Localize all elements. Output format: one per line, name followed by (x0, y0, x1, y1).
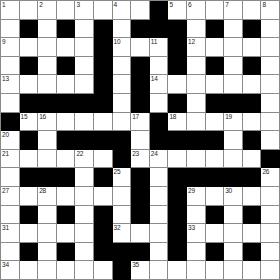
clue-number-26: 26 (262, 168, 269, 176)
black-cell-r7c13 (243, 131, 262, 150)
white-cell-r1c4[interactable] (75, 20, 94, 39)
black-cell-r4c7 (131, 75, 150, 94)
white-cell-r10c13[interactable] (243, 187, 262, 206)
white-cell-r5c0[interactable] (1, 94, 20, 113)
white-cell-r4c2[interactable] (38, 75, 57, 94)
black-cell-r13c13 (243, 243, 262, 262)
white-cell-r4c6[interactable] (113, 75, 132, 94)
clue-number-33: 33 (188, 224, 195, 232)
black-cell-r5c2 (38, 94, 57, 113)
white-cell-r11c12[interactable] (224, 206, 243, 225)
black-cell-r10c7 (131, 187, 150, 206)
white-cell-r10c5[interactable] (94, 187, 113, 206)
black-cell-r7c3 (57, 131, 76, 150)
white-cell-r6c4[interactable] (75, 113, 94, 132)
black-cell-r5c9 (168, 94, 187, 113)
white-cell-r2c13[interactable] (243, 38, 262, 57)
white-cell-r13c4[interactable] (75, 243, 94, 262)
white-cell-r10c11[interactable] (206, 187, 225, 206)
black-cell-r3c5 (94, 57, 113, 76)
black-cell-r11c9 (168, 206, 187, 225)
black-cell-r9c11 (206, 168, 225, 187)
white-cell-r0c3[interactable] (57, 1, 76, 20)
black-cell-r9c5 (94, 168, 113, 187)
white-cell-r14c0[interactable]: 34 (1, 261, 20, 280)
black-cell-r9c9 (168, 168, 187, 187)
white-cell-r7c2[interactable] (38, 131, 57, 150)
white-cell-r0c9[interactable]: 5 (168, 1, 187, 20)
white-cell-r14c12[interactable] (224, 261, 243, 280)
white-cell-r2c12[interactable] (224, 38, 243, 57)
white-cell-r14c9[interactable] (168, 261, 187, 280)
white-cell-r0c6[interactable]: 4 (113, 1, 132, 20)
white-cell-r1c10[interactable] (187, 20, 206, 39)
black-cell-r9c13 (243, 168, 262, 187)
clue-number-10: 10 (114, 38, 121, 46)
white-cell-r2c4[interactable] (75, 38, 94, 57)
white-cell-r11c2[interactable] (38, 206, 57, 225)
white-cell-r5c14[interactable] (261, 94, 280, 113)
black-cell-r3c7 (131, 57, 150, 76)
clue-number-16: 16 (39, 113, 46, 121)
white-cell-r12c13[interactable] (243, 224, 262, 243)
black-cell-r11c11 (206, 206, 225, 225)
black-cell-r13c1 (20, 243, 39, 262)
clue-number-8: 8 (262, 1, 265, 9)
black-cell-r1c11 (206, 20, 225, 39)
black-cell-r3c13 (243, 57, 262, 76)
black-cell-r7c8 (150, 131, 169, 150)
white-cell-r7c12[interactable] (224, 131, 243, 150)
black-cell-r9c12 (224, 168, 243, 187)
white-cell-r8c12[interactable] (224, 150, 243, 169)
white-cell-r6c5[interactable] (94, 113, 113, 132)
clue-number-30: 30 (225, 187, 232, 195)
black-cell-r1c1 (20, 20, 39, 39)
black-cell-r13c11 (206, 243, 225, 262)
white-cell-r1c6[interactable] (113, 20, 132, 39)
black-cell-r2c5 (94, 38, 113, 57)
white-cell-r1c2[interactable] (38, 20, 57, 39)
black-cell-r5c3 (57, 94, 76, 113)
white-cell-r14c11[interactable] (206, 261, 225, 280)
white-cell-r5c6[interactable] (113, 94, 132, 113)
white-cell-r4c9[interactable] (168, 75, 187, 94)
white-cell-r12c8[interactable] (150, 224, 169, 243)
black-cell-r11c7 (131, 206, 150, 225)
white-cell-r0c2[interactable]: 2 (38, 1, 57, 20)
white-cell-r9c14[interactable]: 26 (261, 168, 280, 187)
white-cell-r4c14[interactable] (261, 75, 280, 94)
white-cell-r10c1[interactable] (20, 187, 39, 206)
white-cell-r2c3[interactable] (57, 38, 76, 57)
white-cell-r11c0[interactable] (1, 206, 20, 225)
clue-number-13: 13 (2, 75, 9, 83)
white-cell-r0c13[interactable] (243, 1, 262, 20)
white-cell-r11c4[interactable] (75, 206, 94, 225)
black-cell-r13c3 (57, 243, 76, 262)
clue-number-27: 27 (2, 187, 9, 195)
clue-number-21: 21 (2, 150, 9, 158)
white-cell-r10c14[interactable] (261, 187, 280, 206)
white-cell-r12c0[interactable]: 31 (1, 224, 20, 243)
black-cell-r13c5 (94, 243, 113, 262)
crossword-puzzle: 1234567891011121314151617181920212223242… (0, 0, 280, 280)
black-cell-r5c12 (224, 94, 243, 113)
white-cell-r1c12[interactable] (224, 20, 243, 39)
black-cell-r7c1 (20, 131, 39, 150)
white-cell-r6c11[interactable] (206, 113, 225, 132)
white-cell-r4c12[interactable] (224, 75, 243, 94)
clue-number-11: 11 (151, 38, 157, 46)
clue-number-1: 1 (2, 1, 5, 9)
black-cell-r3c9 (168, 57, 187, 76)
white-cell-r11c6[interactable] (113, 206, 132, 225)
white-cell-r0c1[interactable] (20, 1, 39, 20)
white-cell-r8c7[interactable]: 23 (131, 150, 150, 169)
white-cell-r10c0[interactable]: 27 (1, 187, 20, 206)
white-cell-r6c7[interactable]: 17 (131, 113, 150, 132)
clue-number-23: 23 (132, 150, 139, 158)
clue-number-2: 2 (39, 1, 42, 9)
white-cell-r7c7[interactable] (131, 131, 150, 150)
white-cell-r7c14[interactable] (261, 131, 280, 150)
white-cell-r12c3[interactable] (57, 224, 76, 243)
black-cell-r13c9 (168, 243, 187, 262)
white-cell-r6c13[interactable] (243, 113, 262, 132)
white-cell-r0c5[interactable] (94, 1, 113, 20)
white-cell-r3c8[interactable] (150, 57, 169, 76)
black-cell-r9c2 (38, 168, 57, 187)
black-cell-r8c6 (113, 150, 132, 169)
white-cell-r1c0[interactable] (1, 20, 20, 39)
white-cell-r6c3[interactable] (57, 113, 76, 132)
white-cell-r3c12[interactable] (224, 57, 243, 76)
white-cell-r12c14[interactable] (261, 224, 280, 243)
white-cell-r8c3[interactable] (57, 150, 76, 169)
black-cell-r11c3 (57, 206, 76, 225)
white-cell-r3c14[interactable] (261, 57, 280, 76)
clue-number-34: 34 (2, 261, 9, 269)
white-cell-r6c1[interactable]: 15 (20, 113, 39, 132)
white-cell-r2c7[interactable] (131, 38, 150, 57)
black-cell-r9c7 (131, 168, 150, 187)
white-cell-r0c14[interactable]: 8 (261, 1, 280, 20)
black-cell-r13c6 (113, 243, 132, 262)
white-cell-r6c14[interactable] (261, 113, 280, 132)
white-cell-r1c14[interactable] (261, 20, 280, 39)
clue-number-9: 9 (2, 38, 5, 46)
white-cell-r0c12[interactable]: 7 (224, 1, 243, 20)
black-cell-r11c13 (243, 206, 262, 225)
white-cell-r14c4[interactable] (75, 261, 94, 280)
white-cell-r4c13[interactable] (243, 75, 262, 94)
black-cell-r7c4 (75, 131, 94, 150)
white-cell-r2c0[interactable]: 9 (1, 38, 20, 57)
black-cell-r1c8 (150, 20, 169, 39)
black-cell-r1c9 (168, 20, 187, 39)
white-cell-r2c8[interactable]: 11 (150, 38, 169, 57)
white-cell-r4c8[interactable]: 14 (150, 75, 169, 94)
white-cell-r9c4[interactable] (75, 168, 94, 187)
clue-number-25: 25 (114, 168, 121, 176)
white-cell-r8c2[interactable] (38, 150, 57, 169)
clue-number-31: 31 (2, 224, 9, 232)
white-cell-r6c9[interactable]: 18 (168, 113, 187, 132)
white-cell-r2c10[interactable]: 12 (187, 38, 206, 57)
clue-number-5: 5 (169, 1, 172, 9)
black-cell-r5c1 (20, 94, 39, 113)
white-cell-r9c6[interactable]: 25 (113, 168, 132, 187)
clue-number-32: 32 (114, 224, 121, 232)
black-cell-r11c5 (94, 206, 113, 225)
white-cell-r14c1[interactable] (20, 261, 39, 280)
white-cell-r3c4[interactable] (75, 57, 94, 76)
white-cell-r10c4[interactable] (75, 187, 94, 206)
white-cell-r14c14[interactable] (261, 261, 280, 280)
white-cell-r13c2[interactable] (38, 243, 57, 262)
black-cell-r5c13 (243, 94, 262, 113)
white-cell-r12c7[interactable] (131, 224, 150, 243)
black-cell-r7c11 (206, 131, 225, 150)
white-cell-r12c6[interactable]: 32 (113, 224, 132, 243)
clue-number-19: 19 (225, 113, 232, 121)
white-cell-r4c3[interactable] (57, 75, 76, 94)
white-cell-r13c10[interactable] (187, 243, 206, 262)
white-cell-r9c0[interactable] (1, 168, 20, 187)
white-cell-r13c0[interactable] (1, 243, 20, 262)
white-cell-r10c3[interactable] (57, 187, 76, 206)
white-cell-r13c12[interactable] (224, 243, 243, 262)
black-cell-r7c5 (94, 131, 113, 150)
white-cell-r3c6[interactable] (113, 57, 132, 76)
white-cell-r6c12[interactable]: 19 (224, 113, 243, 132)
clue-number-6: 6 (188, 1, 191, 9)
white-cell-r3c10[interactable] (187, 57, 206, 76)
clue-number-22: 22 (76, 150, 83, 158)
white-cell-r14c13[interactable] (243, 261, 262, 280)
white-cell-r0c10[interactable]: 6 (187, 1, 206, 20)
black-cell-r9c1 (20, 168, 39, 187)
black-cell-r5c5 (94, 94, 113, 113)
black-cell-r9c3 (57, 168, 76, 187)
black-cell-r1c3 (57, 20, 76, 39)
white-cell-r8c11[interactable] (206, 150, 225, 169)
white-cell-r14c2[interactable] (38, 261, 57, 280)
black-cell-r14c6 (113, 261, 132, 280)
white-cell-r14c5[interactable] (94, 261, 113, 280)
clue-number-18: 18 (169, 113, 176, 121)
black-cell-r3c3 (57, 57, 76, 76)
white-cell-r7c0[interactable]: 20 (1, 131, 20, 150)
white-cell-r14c10[interactable] (187, 261, 206, 280)
white-cell-r8c9[interactable] (168, 150, 187, 169)
white-cell-r6c6[interactable] (113, 113, 132, 132)
white-cell-r0c7[interactable] (131, 1, 150, 20)
white-cell-r2c11[interactable] (206, 38, 225, 57)
black-cell-r6c8 (150, 113, 169, 132)
white-cell-r10c12[interactable]: 30 (224, 187, 243, 206)
black-cell-r5c7 (131, 94, 150, 113)
black-cell-r8c14 (261, 150, 280, 169)
black-cell-r3c1 (20, 57, 39, 76)
white-cell-r0c0[interactable]: 1 (1, 1, 20, 20)
white-cell-r2c2[interactable] (38, 38, 57, 57)
white-cell-r11c10[interactable] (187, 206, 206, 225)
white-cell-r12c10[interactable]: 33 (187, 224, 206, 243)
white-cell-r3c0[interactable] (1, 57, 20, 76)
clue-number-35: 35 (132, 261, 139, 269)
white-cell-r9c8[interactable] (150, 168, 169, 187)
crossword-board: 1234567891011121314151617181920212223242… (0, 0, 280, 280)
clue-number-20: 20 (2, 131, 9, 139)
white-cell-r0c11[interactable] (206, 1, 225, 20)
white-cell-r14c8[interactable] (150, 261, 169, 280)
white-cell-r6c10[interactable] (187, 113, 206, 132)
black-cell-r7c10 (187, 131, 206, 150)
white-cell-r4c11[interactable] (206, 75, 225, 94)
clue-number-17: 17 (132, 113, 139, 121)
clue-number-7: 7 (225, 1, 228, 9)
white-cell-r0c4[interactable]: 3 (75, 1, 94, 20)
white-cell-r14c7[interactable]: 35 (131, 261, 150, 280)
black-cell-r13c7 (131, 243, 150, 262)
black-cell-r11c1 (20, 206, 39, 225)
white-cell-r11c14[interactable] (261, 206, 280, 225)
white-cell-r8c5[interactable] (94, 150, 113, 169)
clue-number-4: 4 (114, 1, 117, 9)
white-cell-r10c8[interactable] (150, 187, 169, 206)
clue-number-28: 28 (39, 187, 46, 195)
black-cell-r7c6 (113, 131, 132, 150)
black-cell-r0c8 (150, 1, 169, 20)
white-cell-r5c8[interactable] (150, 94, 169, 113)
white-cell-r12c12[interactable] (224, 224, 243, 243)
black-cell-r5c11 (206, 94, 225, 113)
black-cell-r9c10 (187, 168, 206, 187)
white-cell-r8c1[interactable] (20, 150, 39, 169)
black-cell-r12c5 (94, 224, 113, 243)
white-cell-r5c10[interactable] (187, 94, 206, 113)
black-cell-r1c13 (243, 20, 262, 39)
white-cell-r12c2[interactable] (38, 224, 57, 243)
white-cell-r2c6[interactable]: 10 (113, 38, 132, 57)
white-cell-r14c3[interactable] (57, 261, 76, 280)
black-cell-r4c5 (94, 75, 113, 94)
white-cell-r8c13[interactable] (243, 150, 262, 169)
white-cell-r4c10[interactable] (187, 75, 206, 94)
black-cell-r2c9 (168, 38, 187, 57)
white-cell-r8c0[interactable]: 21 (1, 150, 20, 169)
white-cell-r4c1[interactable] (20, 75, 39, 94)
clue-number-12: 12 (188, 38, 195, 46)
white-cell-r8c4[interactable]: 22 (75, 150, 94, 169)
black-cell-r3c11 (206, 57, 225, 76)
white-cell-r6c2[interactable]: 16 (38, 113, 57, 132)
white-cell-r12c4[interactable] (75, 224, 94, 243)
clue-number-24: 24 (151, 150, 158, 158)
clue-number-3: 3 (76, 1, 79, 9)
black-cell-r6c0 (1, 113, 20, 132)
black-cell-r12c9 (168, 224, 187, 243)
clue-number-29: 29 (188, 187, 195, 195)
black-cell-r1c5 (94, 20, 113, 39)
white-cell-r4c0[interactable]: 13 (1, 75, 20, 94)
black-cell-r5c4 (75, 94, 94, 113)
white-cell-r2c1[interactable] (20, 38, 39, 57)
white-cell-r2c14[interactable] (261, 38, 280, 57)
white-cell-r12c1[interactable] (20, 224, 39, 243)
white-cell-r3c2[interactable] (38, 57, 57, 76)
black-cell-r7c9 (168, 131, 187, 150)
black-cell-r1c7 (131, 20, 150, 39)
white-cell-r12c11[interactable] (206, 224, 225, 243)
white-cell-r10c10[interactable]: 29 (187, 187, 206, 206)
black-cell-r10c9 (168, 187, 187, 206)
clue-number-14: 14 (151, 75, 158, 83)
white-cell-r11c8[interactable] (150, 206, 169, 225)
white-cell-r8c10[interactable] (187, 150, 206, 169)
clue-number-15: 15 (21, 113, 28, 121)
white-cell-r10c6[interactable] (113, 187, 132, 206)
white-cell-r10c2[interactable]: 28 (38, 187, 57, 206)
white-cell-r13c14[interactable] (261, 243, 280, 262)
white-cell-r8c8[interactable]: 24 (150, 150, 169, 169)
white-cell-r4c4[interactable] (75, 75, 94, 94)
white-cell-r13c8[interactable] (150, 243, 169, 262)
